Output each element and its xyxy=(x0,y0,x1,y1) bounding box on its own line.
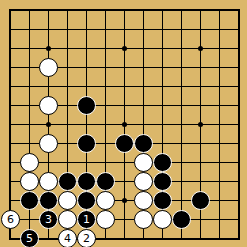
stone-black xyxy=(96,172,115,191)
stone-black xyxy=(115,134,134,153)
stone-black xyxy=(134,134,153,153)
stone-black xyxy=(153,172,172,191)
go-diagram: 631542 xyxy=(0,0,247,247)
move-number-label: 6 xyxy=(7,214,14,225)
stone-white xyxy=(134,153,153,172)
stone-black xyxy=(191,191,210,210)
stone-black xyxy=(77,96,96,115)
stone-black xyxy=(77,191,96,210)
stone-white xyxy=(96,191,115,210)
stone-white xyxy=(58,210,77,229)
stone-black xyxy=(153,191,172,210)
stone-white xyxy=(134,210,153,229)
stone-white xyxy=(39,96,58,115)
stone-white xyxy=(134,191,153,210)
move-number-label: 3 xyxy=(45,214,52,225)
stone-black xyxy=(20,191,39,210)
stone-black xyxy=(58,172,77,191)
stone-white xyxy=(134,172,153,191)
stone-black-move-5: 5 xyxy=(20,229,39,247)
stone-black-move-1: 1 xyxy=(77,210,96,229)
stone-black-move-3: 3 xyxy=(39,210,58,229)
stone-white xyxy=(96,210,115,229)
stone-white-move-6: 6 xyxy=(1,210,20,229)
stones-layer: 631542 xyxy=(1,1,247,247)
stone-white xyxy=(39,134,58,153)
stone-white xyxy=(39,172,58,191)
move-number-label: 5 xyxy=(26,233,33,244)
move-number-label: 4 xyxy=(64,233,71,244)
stone-white xyxy=(153,210,172,229)
stone-black xyxy=(77,134,96,153)
stone-black xyxy=(153,153,172,172)
stone-white xyxy=(20,172,39,191)
move-number-label: 2 xyxy=(83,233,90,244)
stone-black xyxy=(77,172,96,191)
move-number-label: 1 xyxy=(83,214,90,225)
stone-black xyxy=(39,191,58,210)
stone-black xyxy=(172,210,191,229)
stone-white-move-2: 2 xyxy=(77,229,96,247)
stone-white xyxy=(58,191,77,210)
stone-white xyxy=(20,153,39,172)
stone-white-move-4: 4 xyxy=(58,229,77,247)
stone-white xyxy=(39,58,58,77)
